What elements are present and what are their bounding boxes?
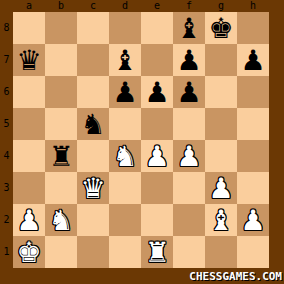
square-e6[interactable]: ♟: [141, 76, 173, 108]
square-f6[interactable]: ♟: [173, 76, 205, 108]
piece-wP-g3: ♟: [205, 172, 237, 204]
square-h6[interactable]: [237, 76, 269, 108]
file-labels: abcdefgh: [13, 0, 269, 12]
piece-wK-a1: ♚: [13, 236, 45, 268]
square-f1[interactable]: [173, 236, 205, 268]
piece-wP-a2: ♟: [13, 204, 45, 236]
square-a4[interactable]: [13, 140, 45, 172]
square-c3[interactable]: ♛: [77, 172, 109, 204]
piece-bR-b4: ♜: [45, 140, 77, 172]
square-f5[interactable]: [173, 108, 205, 140]
site-branding[interactable]: CHESSGAMES.COM: [189, 270, 282, 283]
square-d7[interactable]: ♝: [109, 44, 141, 76]
piece-bB-f8: ♝: [173, 12, 205, 44]
square-d1[interactable]: [109, 236, 141, 268]
rank-label-4: 4: [0, 140, 13, 172]
square-d2[interactable]: [109, 204, 141, 236]
square-g4[interactable]: [205, 140, 237, 172]
square-b6[interactable]: [45, 76, 77, 108]
chess-board: ♝♚♛♝♟♟♟♟♟♞♜♞♟♟♛♟♟♞♝♟♚♜: [13, 12, 269, 268]
square-e8[interactable]: [141, 12, 173, 44]
piece-wP-e4: ♟: [141, 140, 173, 172]
piece-bP-f6: ♟: [173, 76, 205, 108]
chess-diagram: abcdefgh 87654321 ♝♚♛♝♟♟♟♟♟♞♜♞♟♟♛♟♟♞♝♟♚♜…: [0, 0, 284, 284]
square-c4[interactable]: [77, 140, 109, 172]
rank-labels: 87654321: [0, 12, 13, 268]
file-label-e: e: [141, 0, 173, 12]
square-b1[interactable]: [45, 236, 77, 268]
square-f2[interactable]: [173, 204, 205, 236]
square-g6[interactable]: [205, 76, 237, 108]
square-f4[interactable]: ♟: [173, 140, 205, 172]
piece-bN-c5: ♞: [77, 108, 109, 140]
file-label-d: d: [109, 0, 141, 12]
file-label-b: b: [45, 0, 77, 12]
square-e5[interactable]: [141, 108, 173, 140]
square-c7[interactable]: [77, 44, 109, 76]
piece-bP-d6: ♟: [109, 76, 141, 108]
square-g3[interactable]: ♟: [205, 172, 237, 204]
square-a6[interactable]: [13, 76, 45, 108]
file-label-h: h: [237, 0, 269, 12]
square-b4[interactable]: ♜: [45, 140, 77, 172]
square-c2[interactable]: [77, 204, 109, 236]
file-label-a: a: [13, 0, 45, 12]
square-c8[interactable]: [77, 12, 109, 44]
rank-label-7: 7: [0, 44, 13, 76]
square-a3[interactable]: [13, 172, 45, 204]
square-e7[interactable]: [141, 44, 173, 76]
rank-label-2: 2: [0, 204, 13, 236]
square-a8[interactable]: [13, 12, 45, 44]
piece-bP-f7: ♟: [173, 44, 205, 76]
square-h5[interactable]: [237, 108, 269, 140]
square-g7[interactable]: [205, 44, 237, 76]
square-h4[interactable]: [237, 140, 269, 172]
piece-bP-e6: ♟: [141, 76, 173, 108]
square-a5[interactable]: [13, 108, 45, 140]
rank-label-6: 6: [0, 76, 13, 108]
square-a1[interactable]: ♚: [13, 236, 45, 268]
square-g5[interactable]: [205, 108, 237, 140]
piece-wQ-c3: ♛: [77, 172, 109, 204]
square-f3[interactable]: [173, 172, 205, 204]
square-d5[interactable]: [109, 108, 141, 140]
square-e4[interactable]: ♟: [141, 140, 173, 172]
square-c1[interactable]: [77, 236, 109, 268]
piece-wB-g2: ♝: [205, 204, 237, 236]
square-e2[interactable]: [141, 204, 173, 236]
square-f7[interactable]: ♟: [173, 44, 205, 76]
square-h2[interactable]: ♟: [237, 204, 269, 236]
piece-bP-h7: ♟: [237, 44, 269, 76]
piece-bK-g8: ♚: [205, 12, 237, 44]
rank-label-8: 8: [0, 12, 13, 44]
square-d3[interactable]: [109, 172, 141, 204]
square-c6[interactable]: [77, 76, 109, 108]
piece-wP-h2: ♟: [237, 204, 269, 236]
piece-bQ-a7: ♛: [13, 44, 45, 76]
square-a7[interactable]: ♛: [13, 44, 45, 76]
square-a2[interactable]: ♟: [13, 204, 45, 236]
square-d6[interactable]: ♟: [109, 76, 141, 108]
square-g8[interactable]: ♚: [205, 12, 237, 44]
square-b7[interactable]: [45, 44, 77, 76]
square-e3[interactable]: [141, 172, 173, 204]
rank-label-5: 5: [0, 108, 13, 140]
square-d4[interactable]: ♞: [109, 140, 141, 172]
square-d8[interactable]: [109, 12, 141, 44]
square-h7[interactable]: ♟: [237, 44, 269, 76]
piece-wN-d4: ♞: [109, 140, 141, 172]
square-c5[interactable]: ♞: [77, 108, 109, 140]
square-b2[interactable]: ♞: [45, 204, 77, 236]
square-h1[interactable]: [237, 236, 269, 268]
square-g1[interactable]: [205, 236, 237, 268]
square-h3[interactable]: [237, 172, 269, 204]
piece-wR-e1: ♜: [141, 236, 173, 268]
square-b5[interactable]: [45, 108, 77, 140]
square-g2[interactable]: ♝: [205, 204, 237, 236]
file-label-g: g: [205, 0, 237, 12]
file-label-c: c: [77, 0, 109, 12]
square-b8[interactable]: [45, 12, 77, 44]
square-h8[interactable]: [237, 12, 269, 44]
file-label-f: f: [173, 0, 205, 12]
piece-bB-d7: ♝: [109, 44, 141, 76]
square-e1[interactable]: ♜: [141, 236, 173, 268]
rank-label-1: 1: [0, 236, 13, 268]
piece-wN-b2: ♞: [45, 204, 77, 236]
piece-wP-f4: ♟: [173, 140, 205, 172]
square-b3[interactable]: [45, 172, 77, 204]
square-f8[interactable]: ♝: [173, 12, 205, 44]
rank-label-3: 3: [0, 172, 13, 204]
